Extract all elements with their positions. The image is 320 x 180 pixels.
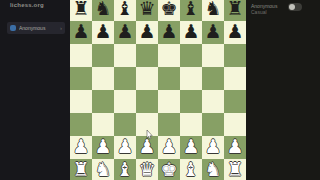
square-c1[interactable]: ♝ [114,159,136,180]
piece-white-pawn[interactable]: ♟ [160,137,177,156]
game-info: Casual [251,9,267,15]
square-a8[interactable]: ♜ [70,0,92,21]
square-e5[interactable] [158,67,180,90]
square-e1[interactable]: ♚ [158,159,180,180]
square-f1[interactable]: ♝ [180,159,202,180]
square-h6[interactable] [224,44,246,67]
square-b4[interactable] [92,90,114,113]
piece-white-knight[interactable]: ♞ [94,160,111,179]
piece-black-queen[interactable]: ♛ [138,0,155,18]
square-c5[interactable] [114,67,136,90]
piece-white-king[interactable]: ♚ [160,160,177,179]
piece-white-pawn[interactable]: ♟ [182,137,199,156]
square-b8[interactable]: ♞ [92,0,114,21]
piece-black-pawn[interactable]: ♟ [138,22,155,41]
square-g1[interactable]: ♞ [202,159,224,180]
square-f2[interactable]: ♟ [180,136,202,159]
square-b3[interactable] [92,113,114,136]
square-a6[interactable] [70,44,92,67]
piece-white-bishop[interactable]: ♝ [116,160,133,179]
toggle-knob [289,4,295,10]
piece-black-pawn[interactable]: ♟ [116,22,133,41]
square-g5[interactable] [202,67,224,90]
piece-black-rook[interactable]: ♜ [72,0,89,18]
chess-board[interactable]: ♜♞♝♛♚♝♞♜♟♟♟♟♟♟♟♟♟♟♟♟♟♟♟♟♜♞♝♛♚♝♞♜ [70,0,246,180]
square-b5[interactable] [92,67,114,90]
square-b1[interactable]: ♞ [92,159,114,180]
square-h5[interactable] [224,67,246,90]
app-window: lichess.org Anonymous › ♜♞♝♛♚♝♞♜♟♟♟♟♟♟♟♟… [0,0,320,180]
square-c8[interactable]: ♝ [114,0,136,21]
sidebar: lichess.org Anonymous › [0,0,70,180]
piece-black-bishop[interactable]: ♝ [116,0,133,18]
square-b6[interactable] [92,44,114,67]
square-d4[interactable] [136,90,158,113]
settings-toggle[interactable] [288,3,302,11]
square-f3[interactable] [180,113,202,136]
square-g3[interactable] [202,113,224,136]
square-a4[interactable] [70,90,92,113]
square-e2[interactable]: ♟ [158,136,180,159]
square-d6[interactable] [136,44,158,67]
square-d2[interactable]: ♟ [136,136,158,159]
user-icon [10,25,16,31]
square-f5[interactable] [180,67,202,90]
piece-white-pawn[interactable]: ♟ [138,137,155,156]
lichess-logo[interactable]: lichess.org [10,2,44,8]
square-c2[interactable]: ♟ [114,136,136,159]
square-c3[interactable] [114,113,136,136]
piece-black-pawn[interactable]: ♟ [204,22,221,41]
piece-white-knight[interactable]: ♞ [204,160,221,179]
square-f8[interactable]: ♝ [180,0,202,21]
square-d8[interactable]: ♛ [136,0,158,21]
piece-white-rook[interactable]: ♜ [72,160,89,179]
square-c7[interactable]: ♟ [114,21,136,44]
square-h3[interactable] [224,113,246,136]
piece-black-pawn[interactable]: ♟ [226,22,243,41]
square-a7[interactable]: ♟ [70,21,92,44]
square-e6[interactable] [158,44,180,67]
square-g2[interactable]: ♟ [202,136,224,159]
square-d5[interactable] [136,67,158,90]
square-h8[interactable]: ♜ [224,0,246,21]
square-e7[interactable]: ♟ [158,21,180,44]
square-e4[interactable] [158,90,180,113]
square-g7[interactable]: ♟ [202,21,224,44]
piece-white-queen[interactable]: ♛ [138,160,155,179]
piece-white-pawn[interactable]: ♟ [72,137,89,156]
square-a3[interactable] [70,113,92,136]
square-h7[interactable]: ♟ [224,21,246,44]
square-b2[interactable]: ♟ [92,136,114,159]
chevron-right-icon: › [60,25,62,31]
square-h2[interactable]: ♟ [224,136,246,159]
piece-black-knight[interactable]: ♞ [204,0,221,18]
square-h1[interactable]: ♜ [224,159,246,180]
piece-white-pawn[interactable]: ♟ [226,137,243,156]
square-c6[interactable] [114,44,136,67]
square-g6[interactable] [202,44,224,67]
square-h4[interactable] [224,90,246,113]
sidebar-item-label: Anonymous [19,25,57,31]
piece-black-knight[interactable]: ♞ [94,0,111,18]
piece-black-bishop[interactable]: ♝ [182,0,199,18]
sidebar-item-user[interactable]: Anonymous › [7,22,65,34]
square-e3[interactable] [158,113,180,136]
piece-black-king[interactable]: ♚ [160,0,177,18]
square-a5[interactable] [70,67,92,90]
piece-white-bishop[interactable]: ♝ [182,160,199,179]
square-f7[interactable]: ♟ [180,21,202,44]
piece-black-rook[interactable]: ♜ [226,0,243,18]
piece-black-pawn[interactable]: ♟ [182,22,199,41]
square-d1[interactable]: ♛ [136,159,158,180]
square-d7[interactable]: ♟ [136,21,158,44]
piece-black-pawn[interactable]: ♟ [94,22,111,41]
square-d3[interactable] [136,113,158,136]
square-e8[interactable]: ♚ [158,0,180,21]
piece-black-pawn[interactable]: ♟ [72,22,89,41]
square-a2[interactable]: ♟ [70,136,92,159]
piece-black-pawn[interactable]: ♟ [160,22,177,41]
square-c4[interactable] [114,90,136,113]
square-a1[interactable]: ♜ [70,159,92,180]
square-g8[interactable]: ♞ [202,0,224,21]
piece-white-pawn[interactable]: ♟ [204,137,221,156]
square-f6[interactable] [180,44,202,67]
square-f4[interactable] [180,90,202,113]
piece-white-rook[interactable]: ♜ [226,160,243,179]
right-panel: Anonymous Casual [246,0,320,180]
piece-white-pawn[interactable]: ♟ [94,137,111,156]
square-b7[interactable]: ♟ [92,21,114,44]
square-g4[interactable] [202,90,224,113]
piece-white-pawn[interactable]: ♟ [116,137,133,156]
